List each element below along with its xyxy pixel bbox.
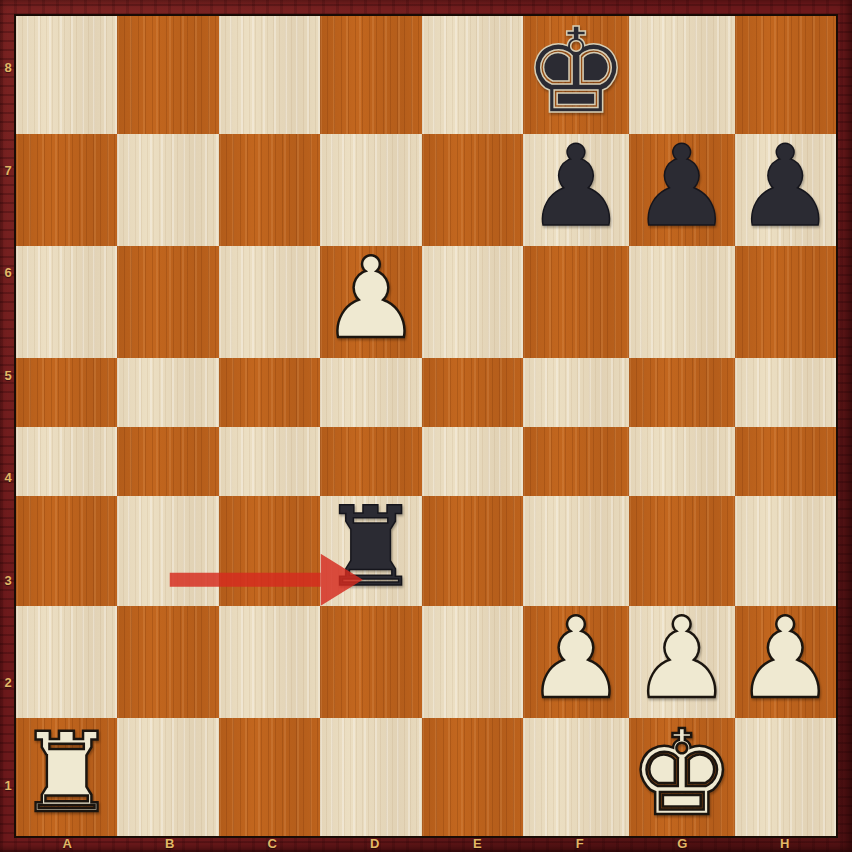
piece-black-rook[interactable]: ♜ <box>322 492 421 602</box>
square-g4[interactable] <box>629 427 735 496</box>
square-h7[interactable]: ♟ <box>735 134 836 246</box>
piece-white-king[interactable]: ♚ <box>629 714 735 832</box>
square-f7[interactable]: ♟ <box>523 134 629 246</box>
square-g7[interactable]: ♟ <box>629 134 735 246</box>
square-g1[interactable]: ♚ <box>629 718 735 836</box>
rank-label-6: 6 <box>0 265 16 280</box>
square-e7[interactable] <box>422 134 523 246</box>
square-a7[interactable] <box>16 134 117 246</box>
rank-label-3: 3 <box>0 572 16 587</box>
square-d5[interactable] <box>320 358 421 427</box>
square-a2[interactable] <box>16 606 117 718</box>
square-a1[interactable]: ♜ <box>16 718 117 836</box>
square-d6[interactable]: ♟ <box>320 246 421 358</box>
piece-black-pawn[interactable]: ♟ <box>631 130 731 242</box>
square-e1[interactable] <box>422 718 523 836</box>
square-g8[interactable] <box>629 16 735 134</box>
square-f4[interactable] <box>523 427 629 496</box>
square-g2[interactable]: ♟ <box>629 606 735 718</box>
square-h5[interactable] <box>735 358 836 427</box>
square-c4[interactable] <box>219 427 320 496</box>
square-e3[interactable] <box>422 496 523 606</box>
square-d1[interactable] <box>320 718 421 836</box>
square-g6[interactable] <box>629 246 735 358</box>
chessboard-frame: ♚♟♟♟♟♜♟♟♟♜♚ 87654321ABCDEFGH <box>0 0 852 852</box>
square-b1[interactable] <box>117 718 218 836</box>
square-a3[interactable] <box>16 496 117 606</box>
square-b5[interactable] <box>117 358 218 427</box>
square-b8[interactable] <box>117 16 218 134</box>
square-b3[interactable] <box>117 496 218 606</box>
piece-white-rook[interactable]: ♜ <box>17 718 116 828</box>
file-label-e: E <box>426 836 529 852</box>
square-b6[interactable] <box>117 246 218 358</box>
rank-label-2: 2 <box>0 675 16 690</box>
file-label-c: C <box>221 836 324 852</box>
square-g5[interactable] <box>629 358 735 427</box>
square-d7[interactable] <box>320 134 421 246</box>
square-h6[interactable] <box>735 246 836 358</box>
square-c8[interactable] <box>219 16 320 134</box>
square-a8[interactable] <box>16 16 117 134</box>
square-h1[interactable] <box>735 718 836 836</box>
square-f3[interactable] <box>523 496 629 606</box>
piece-black-king[interactable]: ♚ <box>523 12 629 130</box>
chess-board: ♚♟♟♟♟♜♟♟♟♜♚ <box>16 16 836 836</box>
rank-label-7: 7 <box>0 162 16 177</box>
square-f6[interactable] <box>523 246 629 358</box>
square-f8[interactable]: ♚ <box>523 16 629 134</box>
square-h4[interactable] <box>735 427 836 496</box>
square-c1[interactable] <box>219 718 320 836</box>
square-c7[interactable] <box>219 134 320 246</box>
square-c3[interactable] <box>219 496 320 606</box>
piece-white-pawn[interactable]: ♟ <box>631 602 731 714</box>
square-d2[interactable] <box>320 606 421 718</box>
square-b7[interactable] <box>117 134 218 246</box>
piece-black-pawn[interactable]: ♟ <box>735 130 835 242</box>
square-e5[interactable] <box>422 358 523 427</box>
square-h3[interactable] <box>735 496 836 606</box>
file-label-h: H <box>734 836 837 852</box>
file-label-d: D <box>324 836 427 852</box>
piece-white-pawn[interactable]: ♟ <box>526 602 626 714</box>
piece-black-pawn[interactable]: ♟ <box>526 130 626 242</box>
square-f1[interactable] <box>523 718 629 836</box>
piece-white-pawn[interactable]: ♟ <box>735 602 835 714</box>
square-c6[interactable] <box>219 246 320 358</box>
square-a6[interactable] <box>16 246 117 358</box>
piece-white-pawn[interactable]: ♟ <box>321 242 421 354</box>
square-h8[interactable] <box>735 16 836 134</box>
rank-label-5: 5 <box>0 367 16 382</box>
rank-label-4: 4 <box>0 470 16 485</box>
square-d8[interactable] <box>320 16 421 134</box>
square-a5[interactable] <box>16 358 117 427</box>
square-g3[interactable] <box>629 496 735 606</box>
square-c5[interactable] <box>219 358 320 427</box>
file-label-g: G <box>631 836 734 852</box>
square-f2[interactable]: ♟ <box>523 606 629 718</box>
square-e2[interactable] <box>422 606 523 718</box>
file-label-f: F <box>529 836 632 852</box>
square-e8[interactable] <box>422 16 523 134</box>
square-c2[interactable] <box>219 606 320 718</box>
square-b4[interactable] <box>117 427 218 496</box>
square-e6[interactable] <box>422 246 523 358</box>
square-e4[interactable] <box>422 427 523 496</box>
rank-label-8: 8 <box>0 60 16 75</box>
square-f5[interactable] <box>523 358 629 427</box>
square-h2[interactable]: ♟ <box>735 606 836 718</box>
square-b2[interactable] <box>117 606 218 718</box>
square-a4[interactable] <box>16 427 117 496</box>
rank-label-1: 1 <box>0 777 16 792</box>
file-label-b: B <box>119 836 222 852</box>
square-d3[interactable]: ♜ <box>320 496 421 606</box>
file-label-a: A <box>16 836 119 852</box>
